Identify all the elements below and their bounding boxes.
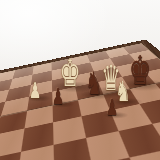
pieces-layer: ♚♚♛♞♟♞♟♟ <box>0 0 160 160</box>
black-knight-e5: ♞ <box>85 68 102 99</box>
photo-scene: ♚♚♛♞♟♞♟♟ <box>0 0 160 160</box>
white-pawn-b5: ♟ <box>29 80 41 102</box>
black-king-g5: ♚ <box>129 50 151 90</box>
black-pawn-f4: ♟ <box>106 97 118 119</box>
black-pawn-c5: ♟ <box>52 86 64 108</box>
